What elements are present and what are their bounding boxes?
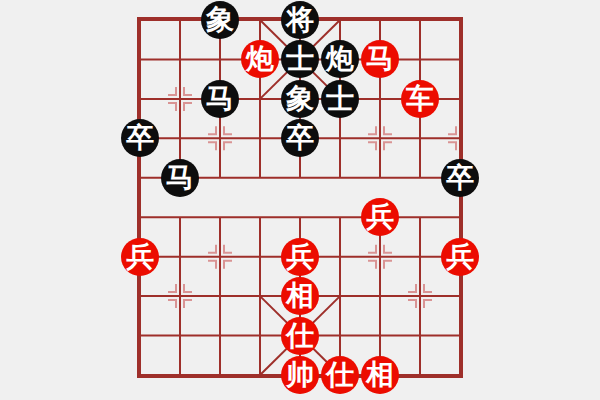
piece-black-advisor[interactable]: 士 [321,80,359,118]
piece-red-king[interactable]: 帅 [281,356,319,394]
piece-red-cannon[interactable]: 炮 [241,40,279,78]
piece-red-advisor[interactable]: 仕 [281,317,319,355]
piece-grid: 象将炮士炮马马象士车卒卒马卒兵兵兵兵相仕帅仕相 [120,0,480,394]
piece-red-advisor[interactable]: 仕 [321,356,359,394]
piece-black-horse[interactable]: 马 [161,159,199,197]
piece-black-horse[interactable]: 马 [201,80,239,118]
piece-red-pawn[interactable]: 兵 [441,238,479,276]
piece-black-elephant[interactable]: 象 [201,1,239,39]
piece-black-elephant[interactable]: 象 [281,80,319,118]
piece-black-king[interactable]: 将 [281,1,319,39]
piece-black-pawn[interactable]: 卒 [281,119,319,157]
piece-red-elephant[interactable]: 相 [361,356,399,394]
piece-black-cannon[interactable]: 炮 [321,40,359,78]
piece-red-pawn[interactable]: 兵 [121,238,159,276]
piece-red-chariot[interactable]: 车 [401,80,439,118]
piece-red-pawn[interactable]: 兵 [281,238,319,276]
piece-black-advisor[interactable]: 士 [281,40,319,78]
piece-red-pawn[interactable]: 兵 [361,198,399,236]
piece-red-horse[interactable]: 马 [361,40,399,78]
piece-black-pawn[interactable]: 卒 [121,119,159,157]
piece-red-elephant[interactable]: 相 [281,277,319,315]
xiangqi-board: 象将炮士炮马马象士车卒卒马卒兵兵兵兵相仕帅仕相 [0,0,600,400]
piece-black-pawn[interactable]: 卒 [441,159,479,197]
